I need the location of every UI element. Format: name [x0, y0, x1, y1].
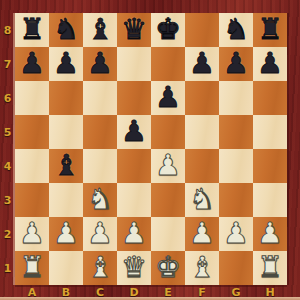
white-knight: ♞ [87, 183, 113, 216]
square-d4[interactable] [117, 149, 151, 183]
square-g1[interactable] [219, 251, 253, 285]
black-knight: ♞ [53, 13, 79, 46]
square-c1[interactable]: ♝ [83, 251, 117, 285]
square-f6[interactable] [185, 81, 219, 115]
white-queen: ♛ [121, 251, 147, 284]
square-h6[interactable] [253, 81, 287, 115]
black-pawn: ♟ [121, 115, 147, 148]
square-f2[interactable]: ♟ [185, 217, 219, 251]
white-king: ♚ [155, 251, 181, 284]
square-e8[interactable]: ♚ [151, 13, 185, 47]
square-e6[interactable]: ♟ [151, 81, 185, 115]
square-h4[interactable] [253, 149, 287, 183]
file-label-a: A [15, 285, 49, 300]
square-a6[interactable] [15, 81, 49, 115]
square-e3[interactable] [151, 183, 185, 217]
square-b7[interactable]: ♟ [49, 47, 83, 81]
square-c8[interactable]: ♝ [83, 13, 117, 47]
black-pawn: ♟ [87, 47, 113, 80]
white-rook: ♜ [19, 251, 45, 284]
square-g4[interactable] [219, 149, 253, 183]
square-f5[interactable] [185, 115, 219, 149]
square-b2[interactable]: ♟ [49, 217, 83, 251]
square-e2[interactable] [151, 217, 185, 251]
file-labels: A B C D E F G H [15, 285, 287, 300]
square-a5[interactable] [15, 115, 49, 149]
square-f4[interactable] [185, 149, 219, 183]
square-g7[interactable]: ♟ [219, 47, 253, 81]
rank-label-8: 8 [0, 13, 15, 47]
black-pawn: ♟ [19, 47, 45, 80]
square-c3[interactable]: ♞ [83, 183, 117, 217]
square-a8[interactable]: ♜ [15, 13, 49, 47]
white-pawn: ♟ [19, 217, 45, 250]
square-a3[interactable] [15, 183, 49, 217]
black-knight: ♞ [223, 13, 249, 46]
square-c5[interactable] [83, 115, 117, 149]
square-e5[interactable] [151, 115, 185, 149]
chess-board-diagram: 8 7 6 5 4 3 2 1 ♜♞♝♛♚♞♜♟♟♟♟♟♟♟♟♝♟♞♞♟♟♟♟♟… [0, 0, 300, 300]
square-h7[interactable]: ♟ [253, 47, 287, 81]
square-b3[interactable] [49, 183, 83, 217]
square-g2[interactable]: ♟ [219, 217, 253, 251]
square-h3[interactable] [253, 183, 287, 217]
file-label-d: D [117, 285, 151, 300]
black-pawn: ♟ [155, 81, 181, 114]
black-rook: ♜ [19, 13, 45, 46]
square-a4[interactable] [15, 149, 49, 183]
square-g5[interactable] [219, 115, 253, 149]
rank-label-6: 6 [0, 81, 15, 115]
chess-board: ♜♞♝♛♚♞♜♟♟♟♟♟♟♟♟♝♟♞♞♟♟♟♟♟♟♟♜♝♛♚♝♜ [15, 13, 287, 285]
rank-label-4: 4 [0, 149, 15, 183]
file-label-g: G [219, 285, 253, 300]
square-d7[interactable] [117, 47, 151, 81]
square-a2[interactable]: ♟ [15, 217, 49, 251]
square-h1[interactable]: ♜ [253, 251, 287, 285]
square-d5[interactable]: ♟ [117, 115, 151, 149]
black-queen: ♛ [121, 13, 147, 46]
black-pawn: ♟ [53, 47, 79, 80]
square-f8[interactable] [185, 13, 219, 47]
black-rook: ♜ [257, 13, 283, 46]
white-pawn: ♟ [53, 217, 79, 250]
square-e7[interactable] [151, 47, 185, 81]
black-king: ♚ [155, 13, 181, 46]
square-h8[interactable]: ♜ [253, 13, 287, 47]
rank-label-7: 7 [0, 47, 15, 81]
black-bishop: ♝ [87, 13, 113, 46]
rank-label-5: 5 [0, 115, 15, 149]
black-pawn: ♟ [223, 47, 249, 80]
square-d6[interactable] [117, 81, 151, 115]
white-knight: ♞ [189, 183, 215, 216]
white-pawn: ♟ [257, 217, 283, 250]
rank-label-3: 3 [0, 183, 15, 217]
square-c6[interactable] [83, 81, 117, 115]
square-d2[interactable]: ♟ [117, 217, 151, 251]
square-g3[interactable] [219, 183, 253, 217]
rank-labels: 8 7 6 5 4 3 2 1 [0, 13, 15, 285]
square-b5[interactable] [49, 115, 83, 149]
square-e1[interactable]: ♚ [151, 251, 185, 285]
black-pawn: ♟ [189, 47, 215, 80]
square-g8[interactable]: ♞ [219, 13, 253, 47]
square-h5[interactable] [253, 115, 287, 149]
file-label-h: H [253, 285, 287, 300]
square-f7[interactable]: ♟ [185, 47, 219, 81]
square-c4[interactable] [83, 149, 117, 183]
white-pawn: ♟ [155, 149, 181, 182]
square-d1[interactable]: ♛ [117, 251, 151, 285]
square-b1[interactable] [49, 251, 83, 285]
white-rook: ♜ [257, 251, 283, 284]
square-b6[interactable] [49, 81, 83, 115]
square-f1[interactable]: ♝ [185, 251, 219, 285]
white-pawn: ♟ [121, 217, 147, 250]
black-bishop: ♝ [53, 149, 79, 182]
file-label-c: C [83, 285, 117, 300]
square-b4[interactable]: ♝ [49, 149, 83, 183]
white-bishop: ♝ [87, 251, 113, 284]
file-label-f: F [185, 285, 219, 300]
file-label-e: E [151, 285, 185, 300]
square-g6[interactable] [219, 81, 253, 115]
square-d8[interactable]: ♛ [117, 13, 151, 47]
square-b8[interactable]: ♞ [49, 13, 83, 47]
square-f3[interactable]: ♞ [185, 183, 219, 217]
square-a7[interactable]: ♟ [15, 47, 49, 81]
white-pawn: ♟ [87, 217, 113, 250]
square-c7[interactable]: ♟ [83, 47, 117, 81]
white-pawn: ♟ [189, 217, 215, 250]
square-e4[interactable]: ♟ [151, 149, 185, 183]
square-d3[interactable] [117, 183, 151, 217]
white-bishop: ♝ [189, 251, 215, 284]
file-label-b: B [49, 285, 83, 300]
rank-label-1: 1 [0, 251, 15, 285]
square-c2[interactable]: ♟ [83, 217, 117, 251]
black-pawn: ♟ [257, 47, 283, 80]
rank-label-2: 2 [0, 217, 15, 251]
square-a1[interactable]: ♜ [15, 251, 49, 285]
square-h2[interactable]: ♟ [253, 217, 287, 251]
white-pawn: ♟ [223, 217, 249, 250]
